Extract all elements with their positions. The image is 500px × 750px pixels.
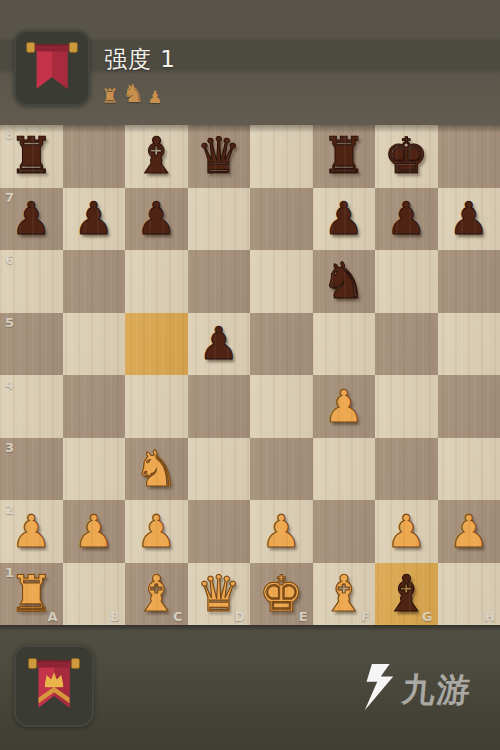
square-f2[interactable] bbox=[313, 500, 376, 563]
piece-black-rook[interactable]: ♜ bbox=[321, 131, 366, 181]
piece-black-bishop[interactable]: ♝ bbox=[134, 131, 179, 181]
square-c8[interactable]: ♝ bbox=[125, 125, 188, 188]
square-d1[interactable]: D♛ bbox=[188, 563, 251, 626]
piece-black-pawn[interactable]: ♟ bbox=[74, 196, 114, 241]
file-label-e: E bbox=[299, 609, 308, 624]
piece-black-king[interactable]: ♚ bbox=[384, 131, 429, 181]
piece-black-queen[interactable]: ♛ bbox=[196, 131, 241, 181]
file-label-a: A bbox=[47, 609, 57, 624]
piece-white-pawn[interactable]: ♟ bbox=[74, 509, 114, 554]
square-g1[interactable]: G♝ bbox=[375, 563, 438, 626]
watermark-text: 九游 bbox=[400, 668, 474, 713]
captured-piece-knight: ♞ bbox=[122, 81, 144, 106]
piece-black-pawn[interactable]: ♟ bbox=[386, 196, 426, 241]
square-b6[interactable] bbox=[63, 250, 126, 313]
square-e5[interactable] bbox=[250, 313, 313, 376]
square-a2[interactable]: 2♟ bbox=[0, 500, 63, 563]
piece-white-pawn[interactable]: ♟ bbox=[449, 509, 489, 554]
square-h1[interactable]: H bbox=[438, 563, 500, 626]
square-f6[interactable]: ♞ bbox=[313, 250, 376, 313]
square-e2[interactable]: ♟ bbox=[250, 500, 313, 563]
captured-piece-rook: ♜ bbox=[101, 86, 119, 106]
opponent-strength-label: 强度 1 bbox=[104, 44, 176, 75]
square-f1[interactable]: F♝ bbox=[313, 563, 376, 626]
opponent-panel: 强度 1 ♜♞♟ bbox=[0, 0, 500, 125]
file-label-b: B bbox=[110, 609, 120, 624]
square-h3[interactable] bbox=[438, 438, 500, 501]
captured-piece-pawn: ♟ bbox=[147, 89, 162, 106]
red-banner-icon bbox=[24, 37, 80, 99]
square-g2[interactable]: ♟ bbox=[375, 500, 438, 563]
piece-white-bishop[interactable]: ♝ bbox=[134, 569, 179, 619]
piece-white-pawn[interactable]: ♟ bbox=[261, 509, 301, 554]
square-h8[interactable] bbox=[438, 125, 500, 188]
square-g8[interactable]: ♚ bbox=[375, 125, 438, 188]
square-f3[interactable] bbox=[313, 438, 376, 501]
rank-label-2: 2 bbox=[5, 502, 14, 517]
square-a3[interactable]: 3 bbox=[0, 438, 63, 501]
square-b5[interactable] bbox=[63, 313, 126, 376]
square-b7[interactable]: ♟ bbox=[63, 188, 126, 251]
captured-pieces: ♜♞♟ bbox=[101, 76, 163, 106]
square-b2[interactable]: ♟ bbox=[63, 500, 126, 563]
square-d3[interactable] bbox=[188, 438, 251, 501]
square-e4[interactable] bbox=[250, 375, 313, 438]
piece-white-pawn[interactable]: ♟ bbox=[324, 384, 364, 429]
piece-white-bishop[interactable]: ♝ bbox=[321, 569, 366, 619]
rank-label-7: 7 bbox=[5, 190, 14, 205]
square-f4[interactable]: ♟ bbox=[313, 375, 376, 438]
file-label-d: D bbox=[234, 609, 245, 624]
piece-black-pawn[interactable]: ♟ bbox=[324, 196, 364, 241]
square-e3[interactable] bbox=[250, 438, 313, 501]
piece-black-pawn[interactable]: ♟ bbox=[11, 196, 51, 241]
square-d4[interactable] bbox=[188, 375, 251, 438]
piece-white-pawn[interactable]: ♟ bbox=[136, 509, 176, 554]
piece-black-pawn[interactable]: ♟ bbox=[199, 321, 239, 366]
square-f8[interactable]: ♜ bbox=[313, 125, 376, 188]
square-b4[interactable] bbox=[63, 375, 126, 438]
file-label-c: C bbox=[173, 609, 183, 624]
square-g6[interactable] bbox=[375, 250, 438, 313]
square-g4[interactable] bbox=[375, 375, 438, 438]
square-d7[interactable] bbox=[188, 188, 251, 251]
square-h6[interactable] bbox=[438, 250, 500, 313]
piece-black-pawn[interactable]: ♟ bbox=[136, 196, 176, 241]
square-h4[interactable] bbox=[438, 375, 500, 438]
square-e7[interactable] bbox=[250, 188, 313, 251]
rank-label-3: 3 bbox=[5, 440, 14, 455]
square-b8[interactable] bbox=[63, 125, 126, 188]
square-c1[interactable]: C♝ bbox=[125, 563, 188, 626]
square-b1[interactable]: B bbox=[63, 563, 126, 626]
square-c7[interactable]: ♟ bbox=[125, 188, 188, 251]
square-f5[interactable] bbox=[313, 313, 376, 376]
rank-label-4: 4 bbox=[5, 377, 14, 392]
square-f7[interactable]: ♟ bbox=[313, 188, 376, 251]
square-c2[interactable]: ♟ bbox=[125, 500, 188, 563]
square-a4[interactable]: 4 bbox=[0, 375, 63, 438]
player-avatar[interactable] bbox=[14, 645, 94, 727]
rank-label-5: 5 bbox=[5, 315, 14, 330]
square-c3[interactable]: ♞ bbox=[125, 438, 188, 501]
piece-black-rook[interactable]: ♜ bbox=[9, 131, 54, 181]
rank-label-6: 6 bbox=[5, 252, 14, 267]
square-h7[interactable]: ♟ bbox=[438, 188, 500, 251]
crown-banner-icon bbox=[24, 653, 84, 719]
file-label-h: H bbox=[484, 609, 495, 624]
square-c6[interactable] bbox=[125, 250, 188, 313]
rank-label-8: 8 bbox=[5, 127, 14, 142]
chess-board: 8♜♝♛♜♚7♟♟♟♟♟♟6♞5♟4♟3♞2♟♟♟♟♟♟1A♜BC♝D♛E♚F♝… bbox=[0, 125, 500, 625]
square-e8[interactable] bbox=[250, 125, 313, 188]
piece-white-pawn[interactable]: ♟ bbox=[11, 509, 51, 554]
square-a7[interactable]: 7♟ bbox=[0, 188, 63, 251]
square-g7[interactable]: ♟ bbox=[375, 188, 438, 251]
piece-black-knight[interactable]: ♞ bbox=[321, 256, 366, 306]
square-h2[interactable]: ♟ bbox=[438, 500, 500, 563]
square-c5[interactable] bbox=[125, 313, 188, 376]
square-e6[interactable] bbox=[250, 250, 313, 313]
piece-white-knight[interactable]: ♞ bbox=[134, 444, 179, 494]
piece-white-pawn[interactable]: ♟ bbox=[386, 509, 426, 554]
app-screen: 强度 1 ♜♞♟ 8♜♝♛♜♚7♟♟♟♟♟♟6♞5♟4♟3♞2♟♟♟♟♟♟1A♜… bbox=[0, 0, 500, 750]
file-label-f: F bbox=[361, 609, 370, 624]
square-g5[interactable] bbox=[375, 313, 438, 376]
file-label-g: G bbox=[422, 609, 433, 624]
piece-white-king[interactable]: ♚ bbox=[259, 569, 304, 619]
square-b3[interactable] bbox=[63, 438, 126, 501]
square-a5[interactable]: 5 bbox=[0, 313, 63, 376]
square-g3[interactable] bbox=[375, 438, 438, 501]
square-a8[interactable]: 8♜ bbox=[0, 125, 63, 188]
player-panel: 九游 bbox=[0, 625, 500, 750]
square-e1[interactable]: E♚ bbox=[250, 563, 313, 626]
square-d2[interactable] bbox=[188, 500, 251, 563]
watermark-logo: 九游 bbox=[363, 663, 472, 717]
square-c4[interactable] bbox=[125, 375, 188, 438]
square-d5[interactable]: ♟ bbox=[188, 313, 251, 376]
square-d8[interactable]: ♛ bbox=[188, 125, 251, 188]
rank-label-1: 1 bbox=[5, 565, 14, 580]
square-h5[interactable] bbox=[438, 313, 500, 376]
opponent-avatar[interactable] bbox=[14, 30, 90, 106]
square-a6[interactable]: 6 bbox=[0, 250, 63, 313]
square-d6[interactable] bbox=[188, 250, 251, 313]
nine-game-logo-icon bbox=[363, 663, 395, 717]
square-a1[interactable]: 1A♜ bbox=[0, 563, 63, 626]
piece-black-pawn[interactable]: ♟ bbox=[449, 196, 489, 241]
